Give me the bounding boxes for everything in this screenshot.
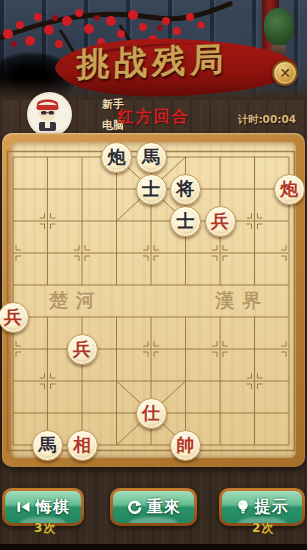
skip-back-icon: [16, 500, 31, 514]
piece-black-general[interactable]: 将: [170, 174, 201, 205]
undo-count-badge: 3次: [34, 520, 56, 537]
piece-grid: 炮馬士将炮士兵兵兵仕馬相帥: [0, 141, 306, 461]
page-title: 挑战残局: [40, 38, 266, 85]
hint-count-badge: 2次: [252, 520, 274, 537]
piece-red-cannon[interactable]: 炮: [274, 174, 305, 205]
piece-black-cannon[interactable]: 炮: [101, 142, 132, 173]
piece-red-general[interactable]: 帥: [170, 430, 201, 461]
piece-red-soldier[interactable]: 兵: [67, 334, 98, 365]
undo-button-label: 悔棋: [36, 497, 70, 518]
restart-button[interactable]: 重來: [110, 488, 197, 526]
bottom-strip: [0, 544, 307, 550]
timer-text: 计时:00:04: [237, 113, 296, 127]
piece-red-soldier[interactable]: 兵: [205, 206, 236, 237]
close-button[interactable]: ✕: [272, 60, 298, 86]
piece-red-advisor[interactable]: 仕: [136, 398, 167, 429]
piece-red-soldier[interactable]: 兵: [0, 302, 29, 333]
piece-red-elephant[interactable]: 相: [67, 430, 98, 461]
app-window: 挑战残局 ✕ 新手 电脑 红方回合 计时:00:04 楚河 漢界 炮馬士将炮士兵…: [0, 0, 307, 550]
restart-icon: [126, 500, 142, 515]
piece-black-advisor[interactable]: 士: [170, 206, 201, 237]
piece-black-advisor[interactable]: 士: [136, 174, 167, 205]
piece-black-horse[interactable]: 馬: [136, 142, 167, 173]
close-icon: ✕: [279, 65, 291, 81]
lightbulb-icon: [236, 499, 250, 515]
board-frame: 楚河 漢界 炮馬士将炮士兵兵兵仕馬相帥: [2, 133, 305, 467]
hint-button-label: 提示: [255, 497, 289, 518]
restart-button-label: 重來: [147, 497, 181, 518]
piece-black-horse[interactable]: 馬: [32, 430, 63, 461]
